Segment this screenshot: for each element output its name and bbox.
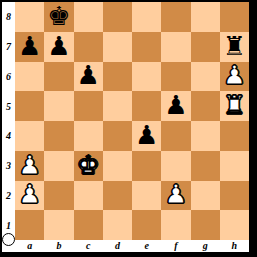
white-king[interactable]: ♚ (76, 152, 99, 178)
square-e3[interactable] (132, 151, 161, 181)
rank-label-5: 5 (2, 91, 15, 121)
square-d2[interactable] (103, 181, 132, 211)
black-king[interactable]: ♚ (47, 3, 70, 29)
square-b2[interactable] (44, 181, 73, 211)
rank-label-7: 7 (2, 32, 15, 62)
square-f1[interactable] (161, 210, 190, 240)
square-a4[interactable] (15, 121, 44, 151)
square-e4[interactable]: ♟ (132, 121, 161, 151)
square-f3[interactable] (161, 151, 190, 181)
file-label-h: h (220, 240, 249, 252)
square-b5[interactable] (44, 91, 73, 121)
white-pawn[interactable]: ♟ (223, 62, 246, 88)
rank-label-6: 6 (2, 62, 15, 92)
square-e1[interactable] (132, 210, 161, 240)
black-pawn[interactable]: ♟ (18, 33, 41, 59)
file-label-c: c (74, 240, 103, 252)
square-c5[interactable] (74, 91, 103, 121)
square-h8[interactable] (220, 2, 249, 32)
file-labels: abcdefgh (2, 240, 249, 252)
square-e6[interactable] (132, 62, 161, 92)
square-g7[interactable] (191, 32, 220, 62)
square-e2[interactable] (132, 181, 161, 211)
square-f7[interactable] (161, 32, 190, 62)
file-label-g: g (191, 240, 220, 252)
square-a5[interactable] (15, 91, 44, 121)
square-e5[interactable] (132, 91, 161, 121)
square-g1[interactable] (191, 210, 220, 240)
square-c3[interactable]: ♚ (74, 151, 103, 181)
square-b4[interactable] (44, 121, 73, 151)
square-c6[interactable]: ♟ (74, 62, 103, 92)
rank-label-4: 4 (2, 121, 15, 151)
file-label-e: e (132, 240, 161, 252)
square-d5[interactable] (103, 91, 132, 121)
chess-diagram: 87654321 ♚♟♟♜♟♟♟♜♟♟♚♟♟ abcdefgh (0, 0, 257, 257)
square-a2[interactable]: ♟ (15, 181, 44, 211)
rank-labels: 87654321 (2, 2, 15, 240)
square-d3[interactable] (103, 151, 132, 181)
black-pawn[interactable]: ♟ (47, 33, 70, 59)
square-a7[interactable]: ♟ (15, 32, 44, 62)
square-h4[interactable] (220, 121, 249, 151)
square-g8[interactable] (191, 2, 220, 32)
square-h1[interactable] (220, 210, 249, 240)
square-c7[interactable] (74, 32, 103, 62)
square-h5[interactable]: ♜ (220, 91, 249, 121)
square-b3[interactable] (44, 151, 73, 181)
square-f5[interactable]: ♟ (161, 91, 190, 121)
square-g4[interactable] (191, 121, 220, 151)
black-pawn[interactable]: ♟ (135, 122, 158, 148)
square-g2[interactable] (191, 181, 220, 211)
square-b6[interactable] (44, 62, 73, 92)
square-g3[interactable] (191, 151, 220, 181)
square-c4[interactable] (74, 121, 103, 151)
square-c2[interactable] (74, 181, 103, 211)
rank-label-3: 3 (2, 151, 15, 181)
square-a8[interactable] (15, 2, 44, 32)
square-a1[interactable] (15, 210, 44, 240)
square-f4[interactable] (161, 121, 190, 151)
square-f6[interactable] (161, 62, 190, 92)
square-d4[interactable] (103, 121, 132, 151)
file-label-b: b (44, 240, 73, 252)
square-e8[interactable] (132, 2, 161, 32)
square-h7[interactable]: ♜ (220, 32, 249, 62)
square-d7[interactable] (103, 32, 132, 62)
white-pawn[interactable]: ♟ (18, 152, 41, 178)
rank-label-8: 8 (2, 2, 15, 32)
square-g6[interactable] (191, 62, 220, 92)
white-pawn[interactable]: ♟ (164, 181, 187, 207)
square-e7[interactable] (132, 32, 161, 62)
square-f8[interactable] (161, 2, 190, 32)
square-d8[interactable] (103, 2, 132, 32)
square-d1[interactable] (103, 210, 132, 240)
black-pawn[interactable]: ♟ (164, 92, 187, 118)
square-d6[interactable] (103, 62, 132, 92)
square-b1[interactable] (44, 210, 73, 240)
square-h3[interactable] (220, 151, 249, 181)
square-a6[interactable] (15, 62, 44, 92)
file-label-f: f (161, 240, 190, 252)
file-label-d: d (103, 240, 132, 252)
rank-label-2: 2 (2, 181, 15, 211)
white-rook[interactable]: ♜ (223, 92, 246, 118)
square-b7[interactable]: ♟ (44, 32, 73, 62)
chess-board: ♚♟♟♜♟♟♟♜♟♟♚♟♟ (15, 2, 249, 240)
black-pawn[interactable]: ♟ (76, 62, 99, 88)
square-g5[interactable] (191, 91, 220, 121)
square-h2[interactable] (220, 181, 249, 211)
square-b8[interactable]: ♚ (44, 2, 73, 32)
square-a3[interactable]: ♟ (15, 151, 44, 181)
black-rook[interactable]: ♜ (223, 33, 246, 59)
white-to-move-indicator (2, 233, 15, 246)
square-c8[interactable] (74, 2, 103, 32)
square-h6[interactable]: ♟ (220, 62, 249, 92)
square-f2[interactable]: ♟ (161, 181, 190, 211)
square-c1[interactable] (74, 210, 103, 240)
file-label-a: a (15, 240, 44, 252)
white-pawn[interactable]: ♟ (18, 181, 41, 207)
